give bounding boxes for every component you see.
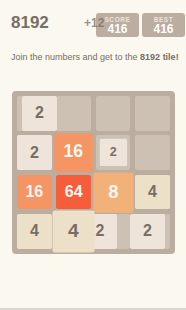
2048-app-screen: 8192 +12 SCORE 416 BEST 416 Join the num… bbox=[0, 0, 186, 310]
best-value: 416 bbox=[153, 23, 173, 36]
goal-number: 8192 bbox=[140, 52, 160, 62]
instructions-tail: tile! bbox=[160, 52, 179, 62]
best-box: BEST 416 bbox=[142, 13, 185, 37]
tile-4: 4 bbox=[135, 175, 170, 210]
game-instructions: Join the numbers and get to the 8192 til… bbox=[11, 50, 183, 64]
tile-4: 4 bbox=[53, 211, 95, 253]
board-cell bbox=[96, 96, 131, 131]
tile-2: 2 bbox=[17, 135, 52, 170]
score-popup: +12 bbox=[84, 16, 104, 30]
tile-2: 2 bbox=[22, 96, 57, 131]
instructions-text: Join the numbers and get to the bbox=[11, 52, 140, 62]
tile-16: 16 bbox=[17, 175, 52, 210]
board-cell bbox=[56, 96, 91, 131]
board-cell bbox=[135, 135, 170, 170]
app-title: 8192 bbox=[11, 13, 49, 33]
tile-8: 8 bbox=[93, 172, 133, 212]
tile-2: 2 bbox=[100, 139, 127, 166]
tile-2: 2 bbox=[130, 214, 165, 249]
score-value: 416 bbox=[107, 23, 127, 36]
tile-64: 64 bbox=[56, 175, 91, 210]
game-board[interactable]: 221621664844422 bbox=[12, 91, 175, 254]
tile-16: 16 bbox=[55, 134, 93, 172]
board-cell bbox=[135, 96, 170, 131]
tile-4: 4 bbox=[17, 214, 52, 249]
